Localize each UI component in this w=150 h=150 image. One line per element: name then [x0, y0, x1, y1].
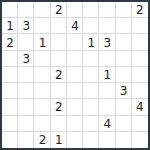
cell-r9c9[interactable] [132, 132, 148, 148]
cell-r7c9: 4 [132, 99, 148, 115]
cell-r4c2: 3 [18, 51, 34, 67]
cell-r3c9[interactable] [132, 34, 148, 50]
cell-r5c6[interactable] [83, 67, 99, 83]
cell-r9c8[interactable] [116, 132, 132, 148]
cell-r3c1: 2 [2, 34, 18, 50]
cell-r8c8[interactable] [116, 116, 132, 132]
cell-r9c2[interactable] [18, 132, 34, 148]
cell-r1c8[interactable] [116, 2, 132, 18]
cell-r3c3: 1 [34, 34, 50, 50]
cell-r2c5: 4 [67, 18, 83, 34]
cell-r3c5[interactable] [67, 34, 83, 50]
cell-r2c8[interactable] [116, 18, 132, 34]
cell-r9c1[interactable] [2, 132, 18, 148]
cell-r4c1[interactable] [2, 51, 18, 67]
cell-r1c7[interactable] [99, 2, 115, 18]
cell-r7c8[interactable] [116, 99, 132, 115]
cell-r9c4: 1 [51, 132, 67, 148]
cell-r8c7: 4 [99, 116, 115, 132]
cell-r7c1[interactable] [2, 99, 18, 115]
cell-r1c1[interactable] [2, 2, 18, 18]
cell-r5c8[interactable] [116, 67, 132, 83]
cell-r2c4[interactable] [51, 18, 67, 34]
cell-r7c4: 2 [51, 99, 67, 115]
cell-r8c9[interactable] [132, 116, 148, 132]
cell-r6c2[interactable] [18, 83, 34, 99]
cell-r8c2[interactable] [18, 116, 34, 132]
cell-r6c4[interactable] [51, 83, 67, 99]
cell-r4c9[interactable] [132, 51, 148, 67]
cell-r6c6[interactable] [83, 83, 99, 99]
cell-r3c4[interactable] [51, 34, 67, 50]
cell-r6c7[interactable] [99, 83, 115, 99]
cell-r6c1[interactable] [2, 83, 18, 99]
cell-r7c2[interactable] [18, 99, 34, 115]
cell-r6c5[interactable] [67, 83, 83, 99]
cell-r1c9: 2 [132, 2, 148, 18]
cell-r9c7[interactable] [99, 132, 115, 148]
cell-r1c5[interactable] [67, 2, 83, 18]
cell-r2c2: 3 [18, 18, 34, 34]
cell-r8c3[interactable] [34, 116, 50, 132]
cell-r3c2[interactable] [18, 34, 34, 50]
cell-r2c1: 1 [2, 18, 18, 34]
cell-r1c3[interactable] [34, 2, 50, 18]
cell-r7c3[interactable] [34, 99, 50, 115]
cell-r5c4: 2 [51, 67, 67, 83]
cell-r3c6: 1 [83, 34, 99, 50]
cell-r2c6[interactable] [83, 18, 99, 34]
cell-r8c6[interactable] [83, 116, 99, 132]
cell-r1c4: 2 [51, 2, 67, 18]
cell-r7c5[interactable] [67, 99, 83, 115]
cell-r2c9[interactable] [132, 18, 148, 34]
cell-r5c7: 1 [99, 67, 115, 83]
cell-r5c5[interactable] [67, 67, 83, 83]
cell-r8c5[interactable] [67, 116, 83, 132]
cell-r6c9[interactable] [132, 83, 148, 99]
cell-r9c5[interactable] [67, 132, 83, 148]
puzzle-board: 221342113321324421 [0, 0, 150, 150]
cell-r1c2[interactable] [18, 2, 34, 18]
cell-r5c9[interactable] [132, 67, 148, 83]
cell-r7c6[interactable] [83, 99, 99, 115]
cell-r5c2[interactable] [18, 67, 34, 83]
cell-r8c4[interactable] [51, 116, 67, 132]
cell-r7c7[interactable] [99, 99, 115, 115]
cell-r5c1[interactable] [2, 67, 18, 83]
cell-r9c6[interactable] [83, 132, 99, 148]
cell-r4c8[interactable] [116, 51, 132, 67]
cell-r8c1[interactable] [2, 116, 18, 132]
cell-r2c7[interactable] [99, 18, 115, 34]
cell-r4c6[interactable] [83, 51, 99, 67]
cell-r4c3[interactable] [34, 51, 50, 67]
cell-r6c3[interactable] [34, 83, 50, 99]
cell-r2c3[interactable] [34, 18, 50, 34]
cell-r4c7[interactable] [99, 51, 115, 67]
cell-r3c7: 3 [99, 34, 115, 50]
cell-r4c4[interactable] [51, 51, 67, 67]
cell-r4c5[interactable] [67, 51, 83, 67]
cell-r3c8[interactable] [116, 34, 132, 50]
cell-r5c3[interactable] [34, 67, 50, 83]
cell-r6c8: 3 [116, 83, 132, 99]
cell-r1c6[interactable] [83, 2, 99, 18]
cell-r9c3: 2 [34, 132, 50, 148]
